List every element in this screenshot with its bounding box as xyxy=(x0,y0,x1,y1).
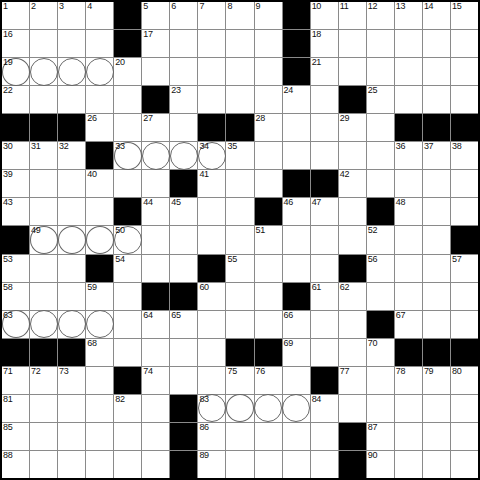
white-square-r4c3[interactable] xyxy=(58,86,85,113)
white-square-r15c13[interactable] xyxy=(339,395,366,422)
white-square-r14c11[interactable] xyxy=(283,367,310,394)
white-square-r14c13[interactable]: 77 xyxy=(339,367,366,394)
white-square-r11c10[interactable] xyxy=(255,283,282,310)
white-square-r14c6[interactable]: 74 xyxy=(142,367,169,394)
white-square-r15c15[interactable] xyxy=(395,395,422,422)
white-square-r17c16[interactable] xyxy=(423,451,450,478)
black-square xyxy=(283,30,310,57)
white-square-r12c5[interactable] xyxy=(114,311,141,338)
white-square-r3c12[interactable]: 21 xyxy=(311,58,338,85)
white-square-r16c14[interactable]: 87 xyxy=(367,423,394,450)
white-square-r12c1[interactable]: 63 xyxy=(2,311,29,338)
white-square-r17c4[interactable] xyxy=(86,451,113,478)
white-square-r1c9[interactable]: 8 xyxy=(226,2,253,29)
white-square-r13c13[interactable] xyxy=(339,339,366,366)
white-square-r13c4[interactable]: 68 xyxy=(86,339,113,366)
white-square-r8c16[interactable] xyxy=(423,198,450,225)
white-square-r12c3[interactable] xyxy=(58,311,85,338)
white-square-r4c17[interactable] xyxy=(451,86,478,113)
white-square-r17c14[interactable]: 90 xyxy=(367,451,394,478)
white-square-r9c14[interactable]: 52 xyxy=(367,226,394,253)
black-square xyxy=(142,86,169,113)
clue-number-25: 25 xyxy=(368,86,377,95)
white-square-r16c11[interactable] xyxy=(283,423,310,450)
white-square-r12c6[interactable]: 64 xyxy=(142,311,169,338)
black-square xyxy=(114,2,141,29)
clue-number-10: 10 xyxy=(312,2,321,11)
letter-circle-marker xyxy=(86,310,114,338)
white-square-r16c6[interactable] xyxy=(142,423,169,450)
white-square-r15c5[interactable]: 82 xyxy=(114,395,141,422)
clue-number-77: 77 xyxy=(340,367,349,376)
clue-number-46: 46 xyxy=(284,198,293,207)
white-square-r10c17[interactable]: 57 xyxy=(451,255,478,282)
white-square-r1c3[interactable]: 3 xyxy=(58,2,85,29)
white-square-r11c1[interactable]: 58 xyxy=(2,283,29,310)
letter-circle-marker xyxy=(170,142,198,170)
white-square-r7c17[interactable] xyxy=(451,170,478,197)
clue-number-41: 41 xyxy=(199,170,208,179)
white-square-r16c1[interactable]: 85 xyxy=(2,423,29,450)
clue-number-80: 80 xyxy=(452,367,461,376)
white-square-r4c14[interactable]: 25 xyxy=(367,86,394,113)
white-square-r11c17[interactable] xyxy=(451,283,478,310)
clue-number-36: 36 xyxy=(396,142,405,151)
white-square-r10c7[interactable] xyxy=(170,255,197,282)
white-square-r6c3[interactable]: 32 xyxy=(58,142,85,169)
black-square xyxy=(2,339,29,366)
white-square-r1c13[interactable]: 11 xyxy=(339,2,366,29)
white-square-r7c13[interactable]: 42 xyxy=(339,170,366,197)
white-square-r6c12[interactable] xyxy=(311,142,338,169)
white-square-r17c9[interactable] xyxy=(226,451,253,478)
white-square-r11c8[interactable]: 60 xyxy=(198,283,225,310)
white-square-r4c2[interactable] xyxy=(30,86,57,113)
white-square-r10c14[interactable]: 56 xyxy=(367,255,394,282)
white-square-r9c3[interactable] xyxy=(58,226,85,253)
black-square xyxy=(170,395,197,422)
white-square-r11c9[interactable] xyxy=(226,283,253,310)
white-square-r8c7[interactable]: 45 xyxy=(170,198,197,225)
clue-number-7: 7 xyxy=(199,2,204,11)
white-square-r17c8[interactable]: 89 xyxy=(198,451,225,478)
white-square-r16c10[interactable] xyxy=(255,423,282,450)
white-square-r12c17[interactable] xyxy=(451,311,478,338)
clue-number-63: 63 xyxy=(3,311,12,320)
clue-number-37: 37 xyxy=(424,142,433,151)
white-square-r2c3[interactable] xyxy=(58,30,85,57)
white-square-r6c1[interactable]: 30 xyxy=(2,142,29,169)
white-square-r7c14[interactable] xyxy=(367,170,394,197)
white-square-r8c17[interactable] xyxy=(451,198,478,225)
clue-number-71: 71 xyxy=(3,367,12,376)
white-square-r14c16[interactable]: 79 xyxy=(423,367,450,394)
white-square-r17c10[interactable] xyxy=(255,451,282,478)
white-square-r11c15[interactable] xyxy=(395,283,422,310)
white-square-r8c15[interactable]: 48 xyxy=(395,198,422,225)
white-square-r9c6[interactable] xyxy=(142,226,169,253)
white-square-r11c16[interactable] xyxy=(423,283,450,310)
white-square-r4c7[interactable]: 23 xyxy=(170,86,197,113)
clue-number-6: 6 xyxy=(171,2,176,11)
white-square-r15c12[interactable]: 84 xyxy=(311,395,338,422)
white-square-r6c11[interactable] xyxy=(283,142,310,169)
white-square-r2c2[interactable] xyxy=(30,30,57,57)
white-square-r9c2[interactable]: 49 xyxy=(30,226,57,253)
white-square-r16c9[interactable] xyxy=(226,423,253,450)
clue-number-51: 51 xyxy=(256,226,265,235)
white-square-r15c17[interactable] xyxy=(451,395,478,422)
white-square-r3c5[interactable]: 20 xyxy=(114,58,141,85)
white-square-r3c7[interactable] xyxy=(170,58,197,85)
white-square-r2c9[interactable] xyxy=(226,30,253,57)
white-square-r12c7[interactable]: 65 xyxy=(170,311,197,338)
white-square-r11c13[interactable]: 62 xyxy=(339,283,366,310)
white-square-r6c9[interactable]: 35 xyxy=(226,142,253,169)
white-square-r17c3[interactable] xyxy=(58,451,85,478)
white-square-r17c15[interactable] xyxy=(395,451,422,478)
white-square-r10c15[interactable] xyxy=(395,255,422,282)
white-square-r14c14[interactable] xyxy=(367,367,394,394)
white-square-r6c6[interactable] xyxy=(142,142,169,169)
white-square-r17c2[interactable] xyxy=(30,451,57,478)
white-square-r11c12[interactable]: 61 xyxy=(311,283,338,310)
white-square-r8c11[interactable]: 46 xyxy=(283,198,310,225)
white-square-r6c2[interactable]: 31 xyxy=(30,142,57,169)
white-square-r4c15[interactable] xyxy=(395,86,422,113)
white-square-r3c9[interactable] xyxy=(226,58,253,85)
white-square-r9c7[interactable] xyxy=(170,226,197,253)
letter-circle-marker xyxy=(142,142,170,170)
white-square-r3c17[interactable] xyxy=(451,58,478,85)
white-square-r2c13[interactable] xyxy=(339,30,366,57)
white-square-r16c16[interactable] xyxy=(423,423,450,450)
white-square-r17c11[interactable] xyxy=(283,451,310,478)
white-square-r4c11[interactable]: 24 xyxy=(283,86,310,113)
white-square-r11c5[interactable] xyxy=(114,283,141,310)
clue-number-35: 35 xyxy=(227,142,236,151)
white-square-r14c8[interactable] xyxy=(198,367,225,394)
white-square-r14c10[interactable]: 76 xyxy=(255,367,282,394)
white-square-r7c10[interactable] xyxy=(255,170,282,197)
black-square xyxy=(198,255,225,282)
white-square-r14c9[interactable]: 75 xyxy=(226,367,253,394)
white-square-r10c16[interactable] xyxy=(423,255,450,282)
white-square-r15c8[interactable]: 83 xyxy=(198,395,225,422)
white-square-r9c10[interactable]: 51 xyxy=(255,226,282,253)
white-square-r5c12[interactable] xyxy=(311,114,338,141)
white-square-r5c4[interactable]: 26 xyxy=(86,114,113,141)
white-square-r8c6[interactable]: 44 xyxy=(142,198,169,225)
white-square-r10c1[interactable]: 53 xyxy=(2,255,29,282)
clue-number-52: 52 xyxy=(368,226,377,235)
white-square-r9c9[interactable] xyxy=(226,226,253,253)
white-square-r2c15[interactable] xyxy=(395,30,422,57)
white-square-r12c9[interactable] xyxy=(226,311,253,338)
black-square xyxy=(423,114,450,141)
white-square-r3c4[interactable] xyxy=(86,58,113,85)
white-square-r2c1[interactable]: 16 xyxy=(2,30,29,57)
white-square-r3c2[interactable] xyxy=(30,58,57,85)
white-square-r9c15[interactable] xyxy=(395,226,422,253)
white-square-r10c6[interactable] xyxy=(142,255,169,282)
white-square-r3c10[interactable] xyxy=(255,58,282,85)
white-square-r3c1[interactable]: 19 xyxy=(2,58,29,85)
white-square-r16c15[interactable] xyxy=(395,423,422,450)
white-square-r6c5[interactable]: 33 xyxy=(114,142,141,169)
white-square-r17c17[interactable] xyxy=(451,451,478,478)
white-square-r7c15[interactable] xyxy=(395,170,422,197)
clue-number-54: 54 xyxy=(115,255,124,264)
black-square xyxy=(58,114,85,141)
white-square-r5c14[interactable] xyxy=(367,114,394,141)
white-square-r16c4[interactable] xyxy=(86,423,113,450)
white-square-r5c11[interactable] xyxy=(283,114,310,141)
black-square xyxy=(170,170,197,197)
black-square xyxy=(451,114,478,141)
white-square-r3c3[interactable] xyxy=(58,58,85,85)
white-square-r8c2[interactable] xyxy=(30,198,57,225)
white-square-r10c2[interactable] xyxy=(30,255,57,282)
white-square-r17c5[interactable] xyxy=(114,451,141,478)
white-square-r6c17[interactable]: 38 xyxy=(451,142,478,169)
white-square-r4c4[interactable] xyxy=(86,86,113,113)
clue-number-49: 49 xyxy=(31,226,40,235)
white-square-r15c4[interactable] xyxy=(86,395,113,422)
white-square-r4c16[interactable] xyxy=(423,86,450,113)
white-square-r4c10[interactable] xyxy=(255,86,282,113)
white-square-r1c10[interactable]: 9 xyxy=(255,2,282,29)
clue-number-43: 43 xyxy=(3,198,12,207)
white-square-r3c14[interactable] xyxy=(367,58,394,85)
white-square-r11c3[interactable] xyxy=(58,283,85,310)
white-square-r5c6[interactable]: 27 xyxy=(142,114,169,141)
white-square-r6c13[interactable] xyxy=(339,142,366,169)
white-square-r9c8[interactable] xyxy=(198,226,225,253)
white-square-r2c4[interactable] xyxy=(86,30,113,57)
white-square-r16c8[interactable]: 86 xyxy=(198,423,225,450)
white-square-r14c17[interactable]: 80 xyxy=(451,367,478,394)
white-square-r12c15[interactable]: 67 xyxy=(395,311,422,338)
clue-number-27: 27 xyxy=(143,114,152,123)
white-square-r3c13[interactable] xyxy=(339,58,366,85)
white-square-r15c3[interactable] xyxy=(58,395,85,422)
white-square-r16c2[interactable] xyxy=(30,423,57,450)
black-square xyxy=(114,198,141,225)
white-square-r9c11[interactable] xyxy=(283,226,310,253)
white-square-r10c10[interactable] xyxy=(255,255,282,282)
white-square-r5c7[interactable] xyxy=(170,114,197,141)
white-square-r10c12[interactable] xyxy=(311,255,338,282)
white-square-r17c1[interactable]: 88 xyxy=(2,451,29,478)
white-square-r14c4[interactable] xyxy=(86,367,113,394)
white-square-r16c3[interactable] xyxy=(58,423,85,450)
white-square-r12c4[interactable] xyxy=(86,311,113,338)
white-square-r8c9[interactable] xyxy=(226,198,253,225)
white-square-r13c12[interactable] xyxy=(311,339,338,366)
white-square-r14c2[interactable]: 72 xyxy=(30,367,57,394)
white-square-r9c12[interactable] xyxy=(311,226,338,253)
white-square-r9c4[interactable] xyxy=(86,226,113,253)
white-square-r1c15[interactable]: 13 xyxy=(395,2,422,29)
black-square xyxy=(226,339,253,366)
clue-number-38: 38 xyxy=(452,142,461,151)
white-square-r13c14[interactable]: 70 xyxy=(367,339,394,366)
white-square-r6c7[interactable] xyxy=(170,142,197,169)
clue-number-90: 90 xyxy=(368,451,377,460)
white-square-r14c7[interactable] xyxy=(170,367,197,394)
clue-number-67: 67 xyxy=(396,311,405,320)
white-square-r1c2[interactable]: 2 xyxy=(30,2,57,29)
white-square-r7c3[interactable] xyxy=(58,170,85,197)
crossword-grid: 1234567891011121314151617181920212223242… xyxy=(0,0,480,480)
clue-number-42: 42 xyxy=(340,170,349,179)
white-square-r11c14[interactable] xyxy=(367,283,394,310)
black-square xyxy=(58,339,85,366)
white-square-r10c5[interactable]: 54 xyxy=(114,255,141,282)
white-square-r15c11[interactable] xyxy=(283,395,310,422)
white-square-r15c16[interactable] xyxy=(423,395,450,422)
white-square-r13c5[interactable] xyxy=(114,339,141,366)
white-square-r2c6[interactable]: 17 xyxy=(142,30,169,57)
white-square-r2c16[interactable] xyxy=(423,30,450,57)
letter-circle-marker xyxy=(58,58,86,86)
white-square-r16c17[interactable] xyxy=(451,423,478,450)
white-square-r12c13[interactable] xyxy=(339,311,366,338)
white-square-r5c10[interactable]: 28 xyxy=(255,114,282,141)
clue-number-58: 58 xyxy=(3,283,12,292)
white-square-r6c10[interactable] xyxy=(255,142,282,169)
white-square-r8c12[interactable]: 47 xyxy=(311,198,338,225)
white-square-r4c12[interactable] xyxy=(311,86,338,113)
white-square-r6c8[interactable]: 34 xyxy=(198,142,225,169)
white-square-r2c14[interactable] xyxy=(367,30,394,57)
white-square-r9c16[interactable] xyxy=(423,226,450,253)
white-square-r8c13[interactable] xyxy=(339,198,366,225)
white-square-r13c6[interactable] xyxy=(142,339,169,366)
black-square xyxy=(339,423,366,450)
white-square-r15c2[interactable] xyxy=(30,395,57,422)
white-square-r6c15[interactable]: 36 xyxy=(395,142,422,169)
white-square-r9c5[interactable]: 50 xyxy=(114,226,141,253)
white-square-r8c1[interactable]: 43 xyxy=(2,198,29,225)
white-square-r7c5[interactable] xyxy=(114,170,141,197)
white-square-r3c16[interactable] xyxy=(423,58,450,85)
letter-circle-marker xyxy=(226,394,254,422)
white-square-r12c16[interactable] xyxy=(423,311,450,338)
white-square-r8c8[interactable] xyxy=(198,198,225,225)
white-square-r14c1[interactable]: 71 xyxy=(2,367,29,394)
white-square-r16c5[interactable] xyxy=(114,423,141,450)
white-square-r1c6[interactable]: 5 xyxy=(142,2,169,29)
clue-number-87: 87 xyxy=(368,423,377,432)
letter-circle-marker xyxy=(58,310,86,338)
white-square-r8c4[interactable] xyxy=(86,198,113,225)
white-square-r11c2[interactable] xyxy=(30,283,57,310)
white-square-r2c12[interactable]: 18 xyxy=(311,30,338,57)
white-square-r2c17[interactable] xyxy=(451,30,478,57)
clue-number-33: 33 xyxy=(115,142,124,151)
white-square-r15c9[interactable] xyxy=(226,395,253,422)
white-square-r7c16[interactable] xyxy=(423,170,450,197)
white-square-r2c8[interactable] xyxy=(198,30,225,57)
white-square-r15c6[interactable] xyxy=(142,395,169,422)
white-square-r3c8[interactable] xyxy=(198,58,225,85)
white-square-r5c13[interactable]: 29 xyxy=(339,114,366,141)
white-square-r4c5[interactable] xyxy=(114,86,141,113)
clue-number-26: 26 xyxy=(87,114,96,123)
white-square-r15c1[interactable]: 81 xyxy=(2,395,29,422)
white-square-r1c14[interactable]: 12 xyxy=(367,2,394,29)
black-square xyxy=(30,114,57,141)
white-square-r16c12[interactable] xyxy=(311,423,338,450)
white-square-r5c5[interactable] xyxy=(114,114,141,141)
white-square-r2c7[interactable] xyxy=(170,30,197,57)
white-square-r1c12[interactable]: 10 xyxy=(311,2,338,29)
white-square-r3c15[interactable] xyxy=(395,58,422,85)
white-square-r1c4[interactable]: 4 xyxy=(86,2,113,29)
clue-number-79: 79 xyxy=(424,367,433,376)
white-square-r17c6[interactable] xyxy=(142,451,169,478)
white-square-r14c3[interactable]: 73 xyxy=(58,367,85,394)
white-square-r10c3[interactable] xyxy=(58,255,85,282)
white-square-r3c6[interactable] xyxy=(142,58,169,85)
white-square-r6c16[interactable]: 37 xyxy=(423,142,450,169)
white-square-r2c10[interactable] xyxy=(255,30,282,57)
white-square-r10c9[interactable]: 55 xyxy=(226,255,253,282)
white-square-r14c15[interactable]: 78 xyxy=(395,367,422,394)
white-square-r12c11[interactable]: 66 xyxy=(283,311,310,338)
white-square-r7c8[interactable]: 41 xyxy=(198,170,225,197)
clue-number-15: 15 xyxy=(452,2,461,11)
white-square-r10c11[interactable] xyxy=(283,255,310,282)
white-square-r11c4[interactable]: 59 xyxy=(86,283,113,310)
white-square-r15c14[interactable] xyxy=(367,395,394,422)
letter-circle-marker xyxy=(58,226,86,254)
white-square-r7c6[interactable] xyxy=(142,170,169,197)
white-square-r7c1[interactable]: 39 xyxy=(2,170,29,197)
white-square-r12c10[interactable] xyxy=(255,311,282,338)
white-square-r7c9[interactable] xyxy=(226,170,253,197)
white-square-r13c7[interactable] xyxy=(170,339,197,366)
white-square-r12c8[interactable] xyxy=(198,311,225,338)
white-square-r4c9[interactable] xyxy=(226,86,253,113)
white-square-r15c10[interactable] xyxy=(255,395,282,422)
white-square-r1c1[interactable]: 1 xyxy=(2,2,29,29)
white-square-r12c12[interactable] xyxy=(311,311,338,338)
clue-number-48: 48 xyxy=(396,198,405,207)
black-square xyxy=(198,114,225,141)
white-square-r12c2[interactable] xyxy=(30,311,57,338)
white-square-r1c17[interactable]: 15 xyxy=(451,2,478,29)
white-square-r4c1[interactable]: 22 xyxy=(2,86,29,113)
white-square-r17c12[interactable] xyxy=(311,451,338,478)
clue-number-8: 8 xyxy=(227,2,232,11)
white-square-r1c8[interactable]: 7 xyxy=(198,2,225,29)
white-square-r9c13[interactable] xyxy=(339,226,366,253)
white-square-r13c8[interactable] xyxy=(198,339,225,366)
black-square xyxy=(311,170,338,197)
white-square-r13c11[interactable]: 69 xyxy=(283,339,310,366)
clue-number-3: 3 xyxy=(59,2,64,11)
white-square-r1c7[interactable]: 6 xyxy=(170,2,197,29)
white-square-r6c14[interactable] xyxy=(367,142,394,169)
white-square-r7c2[interactable] xyxy=(30,170,57,197)
white-square-r1c16[interactable]: 14 xyxy=(423,2,450,29)
white-square-r8c3[interactable] xyxy=(58,198,85,225)
white-square-r7c4[interactable]: 40 xyxy=(86,170,113,197)
white-square-r4c8[interactable] xyxy=(198,86,225,113)
